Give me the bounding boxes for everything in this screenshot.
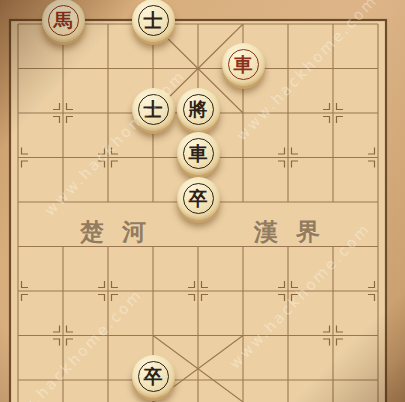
piece-character: 士 [144, 99, 163, 118]
piece-ring: 士 [138, 94, 169, 125]
piece-ring: 車 [183, 138, 214, 169]
piece-ring: 卒 [138, 361, 169, 392]
red-horse-piece[interactable]: 馬 [42, 0, 85, 42]
black-chariot-piece[interactable]: 車 [177, 132, 220, 175]
piece-ring: 車 [228, 49, 259, 80]
piece-character: 將 [189, 99, 208, 118]
piece-ring: 將 [183, 94, 214, 125]
piece-ring: 馬 [48, 5, 79, 36]
river-label-left: 楚河 [80, 216, 164, 248]
piece-character: 士 [144, 10, 163, 29]
piece-character: 車 [234, 55, 253, 74]
black-soldier-1-piece[interactable]: 卒 [177, 177, 220, 220]
piece-ring: 卒 [183, 183, 214, 214]
river-label-right: 漢界 [254, 216, 338, 248]
black-soldier-2-piece[interactable]: 卒 [132, 355, 175, 398]
piece-character: 卒 [189, 188, 208, 207]
piece-character: 馬 [54, 10, 73, 29]
black-advisor-1-piece[interactable]: 士 [132, 0, 175, 42]
piece-character: 卒 [144, 366, 163, 385]
piece-ring: 士 [138, 5, 169, 36]
red-chariot-piece[interactable]: 車 [222, 43, 265, 86]
black-advisor-2-piece[interactable]: 士 [132, 88, 175, 131]
piece-character: 車 [189, 144, 208, 163]
xiangqi-board-screen: 楚河 漢界 馬士車士將車卒卒 www.hackhome.com www.hack… [0, 0, 405, 402]
black-general-piece[interactable]: 將 [177, 88, 220, 131]
